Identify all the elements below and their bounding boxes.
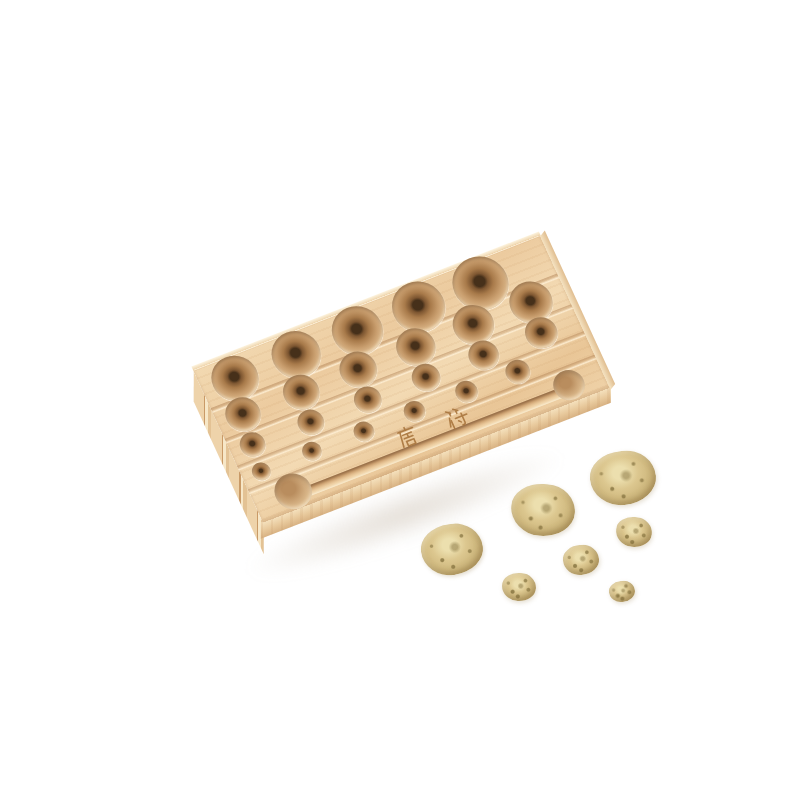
tang-glyph-icon [396, 425, 419, 448]
powder-pile-5-medium [562, 544, 600, 577]
fu-glyph-icon [444, 405, 470, 429]
powder-pile-2-large [509, 482, 577, 539]
powder-pile-4-medium [615, 515, 654, 548]
powder-pile-1-large [587, 448, 658, 509]
powder-pile-7-small [608, 580, 636, 604]
powder-pile-6-medium [501, 572, 536, 602]
product-photo-stage [0, 0, 800, 800]
